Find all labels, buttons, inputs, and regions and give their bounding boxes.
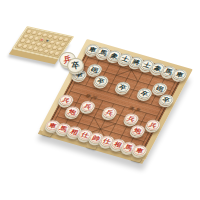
loose-piece-label: 卒 <box>71 59 81 71</box>
piece-label: 車 <box>175 71 185 78</box>
box-disc <box>57 47 64 51</box>
piece-label: 兵 <box>61 96 71 103</box>
piece-label: 卒 <box>140 90 150 97</box>
piece-label: 兵 <box>148 121 158 128</box>
piece-label: 炮 <box>133 127 143 134</box>
product-photo-scene: 帥將 兵 卒 楚河 漢 <box>0 0 200 200</box>
piece-label: 車 <box>135 147 145 154</box>
piece-label: 兵 <box>126 115 136 122</box>
piece-label: 兵 <box>105 109 115 116</box>
piece-label: 兵 <box>83 103 93 110</box>
piece-label: 卒 <box>96 77 106 84</box>
piece-label: 砲 <box>90 66 100 73</box>
box-disc <box>63 38 70 42</box>
piece-label: 砲 <box>155 85 165 92</box>
piece-label: 卒 <box>162 96 172 103</box>
piece-label: 卒 <box>118 84 128 91</box>
box-disc <box>60 42 67 46</box>
piece-label: 炮 <box>68 108 78 115</box>
